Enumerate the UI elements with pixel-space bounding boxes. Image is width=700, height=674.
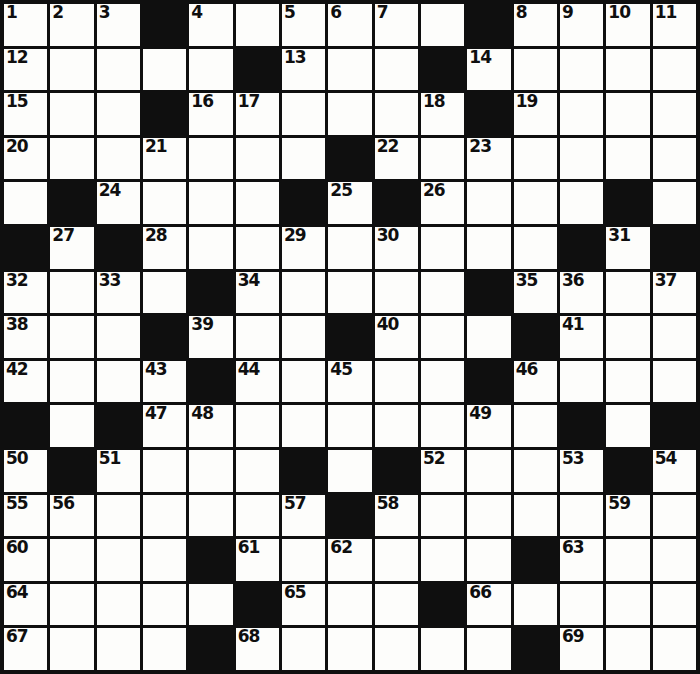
cell-r9c3[interactable] bbox=[97, 361, 140, 403]
cell-r12c14[interactable]: 59 bbox=[606, 495, 649, 537]
cell-r3c3[interactable] bbox=[97, 93, 140, 135]
clue-number-25: 25 bbox=[330, 181, 352, 201]
cell-r10c5[interactable]: 48 bbox=[189, 405, 232, 447]
clue-number-5: 5 bbox=[284, 3, 295, 23]
cell-r5c4[interactable] bbox=[143, 182, 186, 224]
cell-r15c4[interactable] bbox=[143, 628, 186, 670]
cell-r2c15[interactable] bbox=[653, 49, 696, 91]
cell-r6c12[interactable] bbox=[514, 227, 557, 269]
cell-r12c7[interactable]: 57 bbox=[282, 495, 325, 537]
cell-r5c6[interactable] bbox=[236, 182, 279, 224]
clue-number-50: 50 bbox=[6, 449, 28, 469]
clue-number-30: 30 bbox=[377, 226, 399, 246]
cell-r7c14[interactable] bbox=[606, 272, 649, 314]
cell-r8c5[interactable]: 39 bbox=[189, 316, 232, 358]
black-cell-r1c4 bbox=[143, 4, 186, 46]
cell-r8c14[interactable] bbox=[606, 316, 649, 358]
clue-number-56: 56 bbox=[52, 494, 74, 514]
cell-r4c14[interactable] bbox=[606, 138, 649, 180]
black-cell-r6c15 bbox=[653, 227, 696, 269]
cell-r9c7[interactable] bbox=[282, 361, 325, 403]
cell-r4c9[interactable]: 22 bbox=[375, 138, 418, 180]
clue-number-40: 40 bbox=[377, 315, 399, 335]
clue-number-58: 58 bbox=[377, 494, 399, 514]
cell-r9c15[interactable] bbox=[653, 361, 696, 403]
clue-number-55: 55 bbox=[6, 494, 28, 514]
cell-r9c6[interactable]: 44 bbox=[236, 361, 279, 403]
black-cell-r6c13 bbox=[560, 227, 603, 269]
cell-r15c3[interactable] bbox=[97, 628, 140, 670]
cell-r11c6[interactable] bbox=[236, 450, 279, 492]
cell-r12c10[interactable] bbox=[421, 495, 464, 537]
cell-r3c10[interactable]: 18 bbox=[421, 93, 464, 135]
cell-r11c3[interactable]: 51 bbox=[97, 450, 140, 492]
cell-r2c7[interactable]: 13 bbox=[282, 49, 325, 91]
cell-r7c8[interactable] bbox=[328, 272, 371, 314]
clue-number-49: 49 bbox=[469, 404, 491, 424]
clue-number-1: 1 bbox=[6, 3, 17, 23]
black-cell-r6c3 bbox=[97, 227, 140, 269]
black-cell-r3c4 bbox=[143, 93, 186, 135]
cell-r2c3[interactable] bbox=[97, 49, 140, 91]
cell-r7c2[interactable] bbox=[50, 272, 93, 314]
cell-r13c10[interactable] bbox=[421, 539, 464, 581]
cell-r1c6[interactable] bbox=[236, 4, 279, 46]
cell-r7c10[interactable] bbox=[421, 272, 464, 314]
clue-number-26: 26 bbox=[423, 181, 445, 201]
clue-number-46: 46 bbox=[516, 360, 538, 380]
cell-r13c2[interactable] bbox=[50, 539, 93, 581]
cell-r14c9[interactable] bbox=[375, 584, 418, 626]
clue-number-2: 2 bbox=[52, 3, 63, 23]
cell-r7c9[interactable] bbox=[375, 272, 418, 314]
clue-number-37: 37 bbox=[655, 271, 677, 291]
cell-r1c7[interactable]: 5 bbox=[282, 4, 325, 46]
black-cell-r11c2 bbox=[50, 450, 93, 492]
cell-r7c3[interactable]: 33 bbox=[97, 272, 140, 314]
cell-r12c9[interactable]: 58 bbox=[375, 495, 418, 537]
clue-number-34: 34 bbox=[238, 271, 260, 291]
clue-number-54: 54 bbox=[655, 449, 677, 469]
cell-r9c4[interactable]: 43 bbox=[143, 361, 186, 403]
cell-r14c15[interactable] bbox=[653, 584, 696, 626]
cell-r14c4[interactable] bbox=[143, 584, 186, 626]
cell-r6c2[interactable]: 27 bbox=[50, 227, 93, 269]
cell-r13c3[interactable] bbox=[97, 539, 140, 581]
cell-r7c1[interactable]: 32 bbox=[4, 272, 47, 314]
cell-r15c11[interactable] bbox=[467, 628, 510, 670]
cell-r5c1[interactable] bbox=[4, 182, 47, 224]
cell-r4c13[interactable] bbox=[560, 138, 603, 180]
cell-r11c4[interactable] bbox=[143, 450, 186, 492]
clue-number-45: 45 bbox=[330, 360, 352, 380]
cell-r3c6[interactable]: 17 bbox=[236, 93, 279, 135]
black-cell-r5c9 bbox=[375, 182, 418, 224]
black-cell-r14c10 bbox=[421, 584, 464, 626]
clue-number-42: 42 bbox=[6, 360, 28, 380]
cell-r12c11[interactable] bbox=[467, 495, 510, 537]
clue-number-47: 47 bbox=[145, 404, 167, 424]
black-cell-r8c8 bbox=[328, 316, 371, 358]
cell-r7c12[interactable]: 35 bbox=[514, 272, 557, 314]
black-cell-r7c11 bbox=[467, 272, 510, 314]
clue-number-48: 48 bbox=[191, 404, 213, 424]
cell-r3c15[interactable] bbox=[653, 93, 696, 135]
cell-r5c12[interactable] bbox=[514, 182, 557, 224]
clue-number-36: 36 bbox=[562, 271, 584, 291]
cell-r10c8[interactable] bbox=[328, 405, 371, 447]
cell-r2c12[interactable] bbox=[514, 49, 557, 91]
cell-r3c1[interactable]: 15 bbox=[4, 93, 47, 135]
black-cell-r8c12 bbox=[514, 316, 557, 358]
cell-r14c3[interactable] bbox=[97, 584, 140, 626]
cell-r14c11[interactable]: 66 bbox=[467, 584, 510, 626]
clue-number-23: 23 bbox=[469, 137, 491, 157]
black-cell-r11c9 bbox=[375, 450, 418, 492]
clue-number-65: 65 bbox=[284, 583, 306, 603]
clue-number-68: 68 bbox=[238, 627, 260, 647]
black-cell-r10c15 bbox=[653, 405, 696, 447]
cell-r8c9[interactable]: 40 bbox=[375, 316, 418, 358]
cell-r4c15[interactable] bbox=[653, 138, 696, 180]
cell-r3c14[interactable] bbox=[606, 93, 649, 135]
cell-r13c9[interactable] bbox=[375, 539, 418, 581]
cell-r9c9[interactable] bbox=[375, 361, 418, 403]
cell-r13c13[interactable]: 63 bbox=[560, 539, 603, 581]
cell-r2c8[interactable] bbox=[328, 49, 371, 91]
cell-r4c11[interactable]: 23 bbox=[467, 138, 510, 180]
cell-r10c6[interactable] bbox=[236, 405, 279, 447]
cell-r8c15[interactable] bbox=[653, 316, 696, 358]
black-cell-r7c5 bbox=[189, 272, 232, 314]
clue-number-28: 28 bbox=[145, 226, 167, 246]
cell-r4c7[interactable] bbox=[282, 138, 325, 180]
cell-r15c1[interactable]: 67 bbox=[4, 628, 47, 670]
cell-r2c11[interactable]: 14 bbox=[467, 49, 510, 91]
cell-r1c15[interactable]: 11 bbox=[653, 4, 696, 46]
cell-r14c2[interactable] bbox=[50, 584, 93, 626]
cell-r10c11[interactable]: 49 bbox=[467, 405, 510, 447]
clue-number-35: 35 bbox=[516, 271, 538, 291]
cell-r8c11[interactable] bbox=[467, 316, 510, 358]
black-cell-r2c6 bbox=[236, 49, 279, 91]
black-cell-r10c1 bbox=[4, 405, 47, 447]
cell-r1c3[interactable]: 3 bbox=[97, 4, 140, 46]
clue-number-8: 8 bbox=[516, 3, 527, 23]
cell-r6c6[interactable] bbox=[236, 227, 279, 269]
cell-r4c2[interactable] bbox=[50, 138, 93, 180]
cell-r1c10[interactable] bbox=[421, 4, 464, 46]
cell-r9c8[interactable]: 45 bbox=[328, 361, 371, 403]
cell-r5c15[interactable] bbox=[653, 182, 696, 224]
cell-r12c5[interactable] bbox=[189, 495, 232, 537]
cell-r11c8[interactable] bbox=[328, 450, 371, 492]
cell-r10c7[interactable] bbox=[282, 405, 325, 447]
cell-r5c5[interactable] bbox=[189, 182, 232, 224]
cell-r5c8[interactable]: 25 bbox=[328, 182, 371, 224]
cell-r15c6[interactable]: 68 bbox=[236, 628, 279, 670]
clue-number-63: 63 bbox=[562, 538, 584, 558]
cell-r10c2[interactable] bbox=[50, 405, 93, 447]
clue-number-27: 27 bbox=[52, 226, 74, 246]
cell-r6c10[interactable] bbox=[421, 227, 464, 269]
cell-r10c12[interactable] bbox=[514, 405, 557, 447]
clue-number-29: 29 bbox=[284, 226, 306, 246]
cell-r8c2[interactable] bbox=[50, 316, 93, 358]
cell-r1c13[interactable]: 9 bbox=[560, 4, 603, 46]
clue-number-19: 19 bbox=[516, 92, 538, 112]
clue-number-22: 22 bbox=[377, 137, 399, 157]
clue-number-53: 53 bbox=[562, 449, 584, 469]
cell-r15c8[interactable] bbox=[328, 628, 371, 670]
cell-r1c2[interactable]: 2 bbox=[50, 4, 93, 46]
cell-r1c8[interactable]: 6 bbox=[328, 4, 371, 46]
cell-r12c3[interactable] bbox=[97, 495, 140, 537]
cell-r6c5[interactable] bbox=[189, 227, 232, 269]
cell-r10c9[interactable] bbox=[375, 405, 418, 447]
cell-r14c5[interactable] bbox=[189, 584, 232, 626]
clue-number-32: 32 bbox=[6, 271, 28, 291]
cell-r9c13[interactable] bbox=[560, 361, 603, 403]
cell-r2c4[interactable] bbox=[143, 49, 186, 91]
cell-r3c7[interactable] bbox=[282, 93, 325, 135]
clue-number-52: 52 bbox=[423, 449, 445, 469]
cell-r11c11[interactable] bbox=[467, 450, 510, 492]
black-cell-r15c12 bbox=[514, 628, 557, 670]
black-cell-r5c7 bbox=[282, 182, 325, 224]
cell-r6c11[interactable] bbox=[467, 227, 510, 269]
clue-number-57: 57 bbox=[284, 494, 306, 514]
cell-r1c5[interactable]: 4 bbox=[189, 4, 232, 46]
clue-number-66: 66 bbox=[469, 583, 491, 603]
clue-number-3: 3 bbox=[99, 3, 110, 23]
clue-number-39: 39 bbox=[191, 315, 213, 335]
cell-r2c9[interactable] bbox=[375, 49, 418, 91]
cell-r6c9[interactable]: 30 bbox=[375, 227, 418, 269]
black-cell-r5c14 bbox=[606, 182, 649, 224]
cell-r9c14[interactable] bbox=[606, 361, 649, 403]
black-cell-r11c7 bbox=[282, 450, 325, 492]
cell-r3c13[interactable] bbox=[560, 93, 603, 135]
cell-r11c13[interactable]: 53 bbox=[560, 450, 603, 492]
clue-number-59: 59 bbox=[608, 494, 630, 514]
clue-number-7: 7 bbox=[377, 3, 388, 23]
cell-r3c9[interactable] bbox=[375, 93, 418, 135]
cell-r15c15[interactable] bbox=[653, 628, 696, 670]
cell-r14c14[interactable] bbox=[606, 584, 649, 626]
clue-number-31: 31 bbox=[608, 226, 630, 246]
cell-r5c11[interactable] bbox=[467, 182, 510, 224]
cell-r4c10[interactable] bbox=[421, 138, 464, 180]
cell-r13c14[interactable] bbox=[606, 539, 649, 581]
black-cell-r5c2 bbox=[50, 182, 93, 224]
cell-r7c15[interactable]: 37 bbox=[653, 272, 696, 314]
black-cell-r10c13 bbox=[560, 405, 603, 447]
black-cell-r3c11 bbox=[467, 93, 510, 135]
cell-r3c8[interactable] bbox=[328, 93, 371, 135]
black-cell-r9c5 bbox=[189, 361, 232, 403]
cell-r13c4[interactable] bbox=[143, 539, 186, 581]
cell-r8c10[interactable] bbox=[421, 316, 464, 358]
cell-r8c7[interactable] bbox=[282, 316, 325, 358]
cell-r7c7[interactable] bbox=[282, 272, 325, 314]
black-cell-r11c14 bbox=[606, 450, 649, 492]
clue-number-15: 15 bbox=[6, 92, 28, 112]
cell-r8c13[interactable]: 41 bbox=[560, 316, 603, 358]
black-cell-r15c5 bbox=[189, 628, 232, 670]
clue-number-43: 43 bbox=[145, 360, 167, 380]
clue-number-69: 69 bbox=[562, 627, 584, 647]
cell-r15c14[interactable] bbox=[606, 628, 649, 670]
crossword-board: 1234567891011121314151617181920212223242… bbox=[0, 0, 700, 674]
cell-r9c2[interactable] bbox=[50, 361, 93, 403]
clue-number-33: 33 bbox=[99, 271, 121, 291]
cell-r11c10[interactable]: 52 bbox=[421, 450, 464, 492]
cell-r12c6[interactable] bbox=[236, 495, 279, 537]
cell-r2c14[interactable] bbox=[606, 49, 649, 91]
cell-r14c12[interactable] bbox=[514, 584, 557, 626]
cell-r8c6[interactable] bbox=[236, 316, 279, 358]
cell-r6c7[interactable]: 29 bbox=[282, 227, 325, 269]
cell-r13c15[interactable] bbox=[653, 539, 696, 581]
cell-r11c15[interactable]: 54 bbox=[653, 450, 696, 492]
cell-r4c12[interactable] bbox=[514, 138, 557, 180]
clue-number-38: 38 bbox=[6, 315, 28, 335]
cell-r13c7[interactable] bbox=[282, 539, 325, 581]
cell-r14c7[interactable]: 65 bbox=[282, 584, 325, 626]
black-cell-r13c5 bbox=[189, 539, 232, 581]
clue-number-10: 10 bbox=[608, 3, 630, 23]
cell-r13c1[interactable]: 60 bbox=[4, 539, 47, 581]
cell-r14c1[interactable]: 64 bbox=[4, 584, 47, 626]
clue-number-20: 20 bbox=[6, 137, 28, 157]
cell-r15c13[interactable]: 69 bbox=[560, 628, 603, 670]
clue-number-51: 51 bbox=[99, 449, 121, 469]
cell-r4c5[interactable] bbox=[189, 138, 232, 180]
cell-r3c5[interactable]: 16 bbox=[189, 93, 232, 135]
cell-r13c11[interactable] bbox=[467, 539, 510, 581]
clue-number-24: 24 bbox=[99, 181, 121, 201]
cell-r12c15[interactable] bbox=[653, 495, 696, 537]
cell-r15c7[interactable] bbox=[282, 628, 325, 670]
clue-number-13: 13 bbox=[284, 48, 306, 68]
black-cell-r14c6 bbox=[236, 584, 279, 626]
cell-r6c14[interactable]: 31 bbox=[606, 227, 649, 269]
cell-r8c1[interactable]: 38 bbox=[4, 316, 47, 358]
cell-r1c12[interactable]: 8 bbox=[514, 4, 557, 46]
cell-r2c13[interactable] bbox=[560, 49, 603, 91]
clue-number-64: 64 bbox=[6, 583, 28, 603]
black-cell-r12c8 bbox=[328, 495, 371, 537]
cell-r11c1[interactable]: 50 bbox=[4, 450, 47, 492]
cell-r4c4[interactable]: 21 bbox=[143, 138, 186, 180]
black-cell-r9c11 bbox=[467, 361, 510, 403]
cell-r12c12[interactable] bbox=[514, 495, 557, 537]
clue-number-41: 41 bbox=[562, 315, 584, 335]
cell-r4c3[interactable] bbox=[97, 138, 140, 180]
clue-number-60: 60 bbox=[6, 538, 28, 558]
cell-r5c10[interactable]: 26 bbox=[421, 182, 464, 224]
cell-r10c10[interactable] bbox=[421, 405, 464, 447]
cell-r13c8[interactable]: 62 bbox=[328, 539, 371, 581]
cell-r9c1[interactable]: 42 bbox=[4, 361, 47, 403]
cell-r12c13[interactable] bbox=[560, 495, 603, 537]
cell-r13c6[interactable]: 61 bbox=[236, 539, 279, 581]
clue-number-6: 6 bbox=[330, 3, 341, 23]
cell-r15c9[interactable] bbox=[375, 628, 418, 670]
cell-r9c12[interactable]: 46 bbox=[514, 361, 557, 403]
cell-r5c3[interactable]: 24 bbox=[97, 182, 140, 224]
clue-number-12: 12 bbox=[6, 48, 28, 68]
cell-r7c4[interactable] bbox=[143, 272, 186, 314]
cell-r6c4[interactable]: 28 bbox=[143, 227, 186, 269]
clue-number-67: 67 bbox=[6, 627, 28, 647]
clue-number-18: 18 bbox=[423, 92, 445, 112]
black-cell-r6c1 bbox=[4, 227, 47, 269]
cell-r3c12[interactable]: 19 bbox=[514, 93, 557, 135]
cell-r1c1[interactable]: 1 bbox=[4, 4, 47, 46]
cell-r6c8[interactable] bbox=[328, 227, 371, 269]
clue-number-11: 11 bbox=[655, 3, 677, 23]
cell-r8c3[interactable] bbox=[97, 316, 140, 358]
cell-r7c6[interactable]: 34 bbox=[236, 272, 279, 314]
cell-r5c13[interactable] bbox=[560, 182, 603, 224]
cell-r4c6[interactable] bbox=[236, 138, 279, 180]
cell-r2c1[interactable]: 12 bbox=[4, 49, 47, 91]
cell-r11c5[interactable] bbox=[189, 450, 232, 492]
black-cell-r10c3 bbox=[97, 405, 140, 447]
cell-r4c1[interactable]: 20 bbox=[4, 138, 47, 180]
clue-number-16: 16 bbox=[191, 92, 213, 112]
cell-r2c2[interactable] bbox=[50, 49, 93, 91]
cell-r10c14[interactable] bbox=[606, 405, 649, 447]
cell-r11c12[interactable] bbox=[514, 450, 557, 492]
cell-r12c1[interactable]: 55 bbox=[4, 495, 47, 537]
clue-number-61: 61 bbox=[238, 538, 260, 558]
black-cell-r8c4 bbox=[143, 316, 186, 358]
clue-number-4: 4 bbox=[191, 3, 202, 23]
cell-r2c5[interactable] bbox=[189, 49, 232, 91]
clue-number-14: 14 bbox=[469, 48, 491, 68]
cell-r1c9[interactable]: 7 bbox=[375, 4, 418, 46]
cell-r15c10[interactable] bbox=[421, 628, 464, 670]
cell-r12c2[interactable]: 56 bbox=[50, 495, 93, 537]
cell-r14c8[interactable] bbox=[328, 584, 371, 626]
cell-r3c2[interactable] bbox=[50, 93, 93, 135]
cell-r9c10[interactable] bbox=[421, 361, 464, 403]
clue-number-9: 9 bbox=[562, 3, 573, 23]
cell-r14c13[interactable] bbox=[560, 584, 603, 626]
black-cell-r4c8 bbox=[328, 138, 371, 180]
cell-r12c4[interactable] bbox=[143, 495, 186, 537]
clue-number-44: 44 bbox=[238, 360, 260, 380]
cell-r7c13[interactable]: 36 bbox=[560, 272, 603, 314]
clue-number-21: 21 bbox=[145, 137, 167, 157]
crossword-grid: 1234567891011121314151617181920212223242… bbox=[4, 4, 696, 670]
cell-r1c14[interactable]: 10 bbox=[606, 4, 649, 46]
cell-r10c4[interactable]: 47 bbox=[143, 405, 186, 447]
cell-r15c2[interactable] bbox=[50, 628, 93, 670]
black-cell-r2c10 bbox=[421, 49, 464, 91]
clue-number-17: 17 bbox=[238, 92, 260, 112]
black-cell-r1c11 bbox=[467, 4, 510, 46]
black-cell-r13c12 bbox=[514, 539, 557, 581]
clue-number-62: 62 bbox=[330, 538, 352, 558]
